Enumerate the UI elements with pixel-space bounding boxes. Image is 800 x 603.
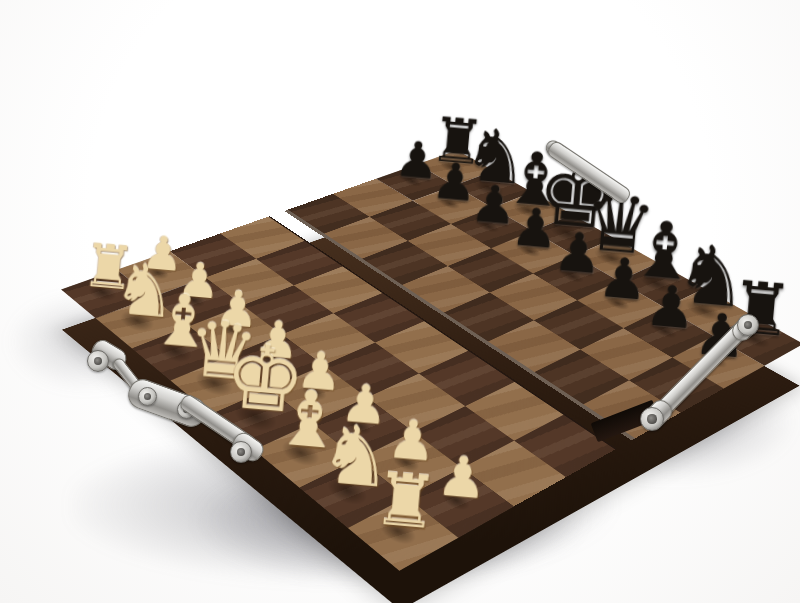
- screw-head: [737, 314, 759, 336]
- product-photo-stage: ♜♞♝♚♛♝♞♜♟♟♟♟♟♟♟♟ ♟♟♟♟♟♟♟♟♜♞♝♛♚♝♞♜: [0, 0, 800, 603]
- screw-head: [87, 350, 109, 372]
- screw-head: [640, 407, 664, 431]
- chess-board: ♜♞♝♚♛♝♞♜♟♟♟♟♟♟♟♟ ♟♟♟♟♟♟♟♟♜♞♝♛♚♝♞♜: [66, 150, 800, 568]
- piece-black-pawn: ♟: [551, 224, 604, 282]
- square-d4: [333, 293, 424, 343]
- piece-white-pawn: ♟: [435, 447, 490, 507]
- board-tilt-wrapper: ♜♞♝♚♛♝♞♜♟♟♟♟♟♟♟♟ ♟♟♟♟♟♟♟♟♜♞♝♛♚♝♞♜: [0, 0, 800, 603]
- piece-black-pawn: ♟: [596, 250, 651, 310]
- piece-black-pawn: ♟: [643, 276, 699, 337]
- screw-head: [230, 441, 252, 463]
- screw-head: [138, 387, 157, 406]
- piece-white-rook: ♜: [370, 462, 441, 540]
